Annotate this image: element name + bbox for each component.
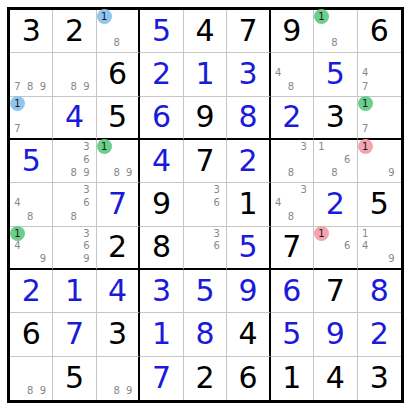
cell-r4c6[interactable]: 2 — [227, 140, 270, 183]
given-digit: 6 — [370, 16, 389, 46]
cell-r8c6[interactable]: 4 — [227, 313, 270, 356]
given-digit: 4 — [195, 16, 214, 46]
cell-r9c4[interactable]: 7 — [140, 357, 183, 400]
candidate-7[interactable]: 7 — [11, 80, 24, 93]
cell-r3c2[interactable]: 4 — [53, 97, 96, 140]
given-digit: 3 — [370, 363, 389, 393]
given-digit: 8 — [152, 232, 171, 262]
given-digit: 6 — [108, 59, 127, 89]
cell-r5c5[interactable]: 36 — [184, 183, 227, 226]
given-digit: 6 — [238, 363, 257, 393]
cell-r4c9[interactable]: 19 — [358, 140, 401, 183]
solved-digit: 2 — [326, 189, 345, 219]
cell-r7c1[interactable]: 2 — [10, 270, 53, 313]
candidate-grid: 38 — [272, 140, 310, 179]
candidate-4[interactable]: 4 — [359, 239, 372, 252]
solved-digit: 7 — [108, 189, 127, 219]
candidate-grid: 17 — [11, 97, 49, 135]
cell-r7c2[interactable]: 1 — [53, 270, 96, 313]
cell-r2c9[interactable]: 47 — [358, 53, 401, 96]
given-digit: 5 — [108, 102, 127, 132]
cell-r2c7[interactable]: 48 — [271, 53, 314, 96]
cell-r9c8[interactable]: 4 — [314, 357, 357, 400]
candidate-4[interactable]: 4 — [11, 239, 24, 252]
given-digit: 6 — [22, 319, 41, 349]
cell-r7c5[interactable]: 5 — [184, 270, 227, 313]
cell-r9c6[interactable]: 6 — [227, 357, 270, 400]
candidate-6[interactable]: 6 — [341, 239, 354, 252]
candidate-1-highlighted-blue[interactable]: 1 — [11, 97, 24, 110]
cell-r7c4[interactable]: 3 — [140, 270, 183, 313]
candidate-8[interactable]: 8 — [284, 210, 297, 223]
solved-digit: 8 — [238, 102, 257, 132]
candidate-8[interactable]: 8 — [110, 36, 122, 49]
cell-r7c6[interactable]: 9 — [227, 270, 270, 313]
candidate-9[interactable]: 9 — [385, 252, 398, 265]
candidate-grid: 168 — [315, 140, 353, 179]
cell-r6c3[interactable]: 2 — [97, 227, 140, 270]
cell-r1c8[interactable]: 18 — [314, 10, 357, 53]
cell-r5c4[interactable]: 9 — [140, 183, 183, 226]
solved-digit: 9 — [238, 276, 257, 306]
cell-r1c7[interactable]: 9 — [271, 10, 314, 53]
candidate-9[interactable]: 9 — [37, 80, 50, 93]
cell-r3c7[interactable]: 2 — [271, 97, 314, 140]
candidate-9[interactable]: 9 — [385, 166, 398, 179]
given-digit: 9 — [152, 189, 171, 219]
cell-r9c2[interactable]: 5 — [53, 357, 96, 400]
cell-r1c9[interactable]: 6 — [358, 10, 401, 53]
candidate-4[interactable]: 4 — [359, 66, 372, 79]
candidate-7[interactable]: 7 — [11, 122, 24, 135]
solved-digit: 7 — [152, 363, 171, 393]
cell-r5c3[interactable]: 7 — [97, 183, 140, 226]
cell-r6c1[interactable]: 149 — [10, 227, 53, 270]
candidate-4[interactable]: 4 — [272, 196, 285, 209]
solved-digit: 9 — [326, 319, 345, 349]
given-digit: 9 — [282, 16, 301, 46]
candidate-6[interactable]: 6 — [341, 153, 354, 166]
candidate-grid: 16 — [315, 227, 353, 265]
given-digit: 4 — [238, 319, 257, 349]
candidate-grid: 18 — [315, 10, 353, 49]
candidate-9[interactable]: 9 — [37, 384, 50, 397]
cell-r1c3[interactable]: 18 — [97, 10, 140, 53]
candidate-3[interactable]: 3 — [210, 227, 223, 240]
candidate-grid: 48 — [11, 183, 49, 222]
solved-digit: 2 — [282, 102, 301, 132]
cell-r4c4[interactable]: 4 — [140, 140, 183, 183]
cell-r9c7[interactable]: 1 — [271, 357, 314, 400]
given-digit: 7 — [238, 16, 257, 46]
cell-r7c8[interactable]: 7 — [314, 270, 357, 313]
cell-r9c3[interactable]: 89 — [97, 357, 140, 400]
candidate-6[interactable]: 6 — [80, 153, 93, 166]
candidate-6[interactable]: 6 — [210, 196, 223, 209]
candidate-9[interactable]: 9 — [80, 80, 93, 93]
cell-r6c5[interactable]: 36 — [184, 227, 227, 270]
solved-digit: 5 — [282, 319, 301, 349]
cell-r4c2[interactable]: 3689 — [53, 140, 96, 183]
cell-r1c5[interactable]: 4 — [184, 10, 227, 53]
candidate-7[interactable]: 7 — [359, 122, 372, 135]
candidate-3[interactable]: 3 — [210, 183, 223, 196]
candidate-6[interactable]: 6 — [210, 239, 223, 252]
cell-r8c3[interactable]: 3 — [97, 313, 140, 356]
candidate-grid: 17 — [359, 97, 398, 135]
candidate-1-highlighted-red[interactable]: 1 — [315, 227, 328, 240]
candidate-grid: 48 — [272, 53, 310, 92]
candidate-3[interactable]: 3 — [80, 227, 93, 240]
given-digit: 2 — [65, 16, 84, 46]
cell-r9c1[interactable]: 89 — [10, 357, 53, 400]
candidate-1-highlighted-green[interactable]: 1 — [359, 97, 372, 110]
candidate-grid: 89 — [11, 357, 49, 397]
solved-digit: 4 — [108, 276, 127, 306]
cell-r6c2[interactable]: 369 — [53, 227, 96, 270]
cell-r6c7[interactable]: 7 — [271, 227, 314, 270]
cell-r2c4[interactable]: 2 — [140, 53, 183, 96]
given-digit: 7 — [326, 276, 345, 306]
candidate-8[interactable]: 8 — [67, 210, 80, 223]
given-digit: 3 — [22, 16, 41, 46]
candidate-8[interactable]: 8 — [110, 384, 122, 397]
cell-r4c1[interactable]: 5 — [10, 140, 53, 183]
solved-digit: 1 — [65, 276, 84, 306]
candidate-grid: 18 — [98, 10, 135, 49]
candidate-grid: 3689 — [54, 140, 92, 179]
cell-r9c5[interactable]: 2 — [184, 357, 227, 400]
cell-r3c8[interactable]: 3 — [314, 97, 357, 140]
candidate-grid: 369 — [54, 227, 92, 265]
given-digit: 9 — [195, 102, 214, 132]
candidate-8[interactable]: 8 — [110, 166, 122, 179]
cell-r1c6[interactable]: 7 — [227, 10, 270, 53]
cell-r8c8[interactable]: 9 — [314, 313, 357, 356]
given-digit: 4 — [326, 363, 345, 393]
candidate-9[interactable]: 9 — [80, 252, 93, 265]
solved-digit: 5 — [152, 16, 171, 46]
given-digit: 3 — [108, 319, 127, 349]
cell-r5c9[interactable]: 5 — [358, 183, 401, 226]
candidate-9[interactable]: 9 — [80, 166, 93, 179]
candidate-3[interactable]: 3 — [297, 140, 310, 153]
cell-r4c3[interactable]: 189 — [97, 140, 140, 183]
cell-r6c6[interactable]: 5 — [227, 227, 270, 270]
candidate-1-highlighted-blue[interactable]: 1 — [98, 10, 110, 23]
candidate-grid: 89 — [98, 357, 135, 397]
sudoku-board: 3218547918678989621348547174569823175368… — [7, 7, 404, 403]
candidate-3[interactable]: 3 — [80, 140, 93, 153]
given-digit: 1 — [282, 363, 301, 393]
cell-r5c8[interactable]: 2 — [314, 183, 357, 226]
cell-r3c3[interactable]: 5 — [97, 97, 140, 140]
solved-digit: 5 — [326, 59, 345, 89]
solved-digit: 2 — [152, 59, 171, 89]
candidate-grid: 47 — [359, 53, 398, 92]
candidate-8[interactable]: 8 — [284, 80, 297, 93]
cell-r8c7[interactable]: 5 — [271, 313, 314, 356]
candidate-grid: 789 — [11, 53, 49, 92]
cell-r7c9[interactable]: 8 — [358, 270, 401, 313]
cell-r8c5[interactable]: 8 — [184, 313, 227, 356]
given-digit: 7 — [195, 146, 214, 176]
candidate-8[interactable]: 8 — [284, 166, 297, 179]
cell-r5c7[interactable]: 348 — [271, 183, 314, 226]
solved-digit: 2 — [370, 319, 389, 349]
candidate-4[interactable]: 4 — [272, 66, 285, 79]
cell-r3c9[interactable]: 17 — [358, 97, 401, 140]
cell-r3c4[interactable]: 6 — [140, 97, 183, 140]
candidate-8[interactable]: 8 — [24, 384, 37, 397]
solved-digit: 5 — [238, 232, 257, 262]
cell-r4c5[interactable]: 7 — [184, 140, 227, 183]
cell-r2c5[interactable]: 1 — [184, 53, 227, 96]
candidate-8[interactable]: 8 — [67, 80, 80, 93]
cell-r2c1[interactable]: 789 — [10, 53, 53, 96]
candidate-3[interactable]: 3 — [80, 183, 93, 196]
candidate-grid: 36 — [185, 227, 223, 265]
cell-r8c1[interactable]: 6 — [10, 313, 53, 356]
candidate-8[interactable]: 8 — [24, 80, 37, 93]
candidate-8[interactable]: 8 — [67, 166, 80, 179]
cell-r3c6[interactable]: 8 — [227, 97, 270, 140]
solved-digit: 5 — [22, 146, 41, 176]
candidate-3[interactable]: 3 — [297, 183, 310, 196]
given-digit: 3 — [326, 102, 345, 132]
candidate-grid: 189 — [98, 140, 135, 179]
solved-digit: 1 — [152, 319, 171, 349]
candidate-8[interactable]: 8 — [328, 36, 341, 49]
candidate-1[interactable]: 1 — [315, 140, 328, 153]
candidate-7[interactable]: 7 — [359, 80, 372, 93]
candidate-6[interactable]: 6 — [80, 239, 93, 252]
solved-digit: 4 — [65, 102, 84, 132]
solved-digit: 8 — [195, 319, 214, 349]
solved-digit: 2 — [22, 276, 41, 306]
candidate-grid: 149 — [11, 227, 49, 265]
cell-r4c7[interactable]: 38 — [271, 140, 314, 183]
cell-r2c2[interactable]: 89 — [53, 53, 96, 96]
cell-r5c6[interactable]: 1 — [227, 183, 270, 226]
solved-digit: 4 — [152, 146, 171, 176]
solved-digit: 3 — [238, 59, 257, 89]
candidate-grid: 368 — [54, 183, 92, 222]
cell-r5c1[interactable]: 48 — [10, 183, 53, 226]
cell-r3c5[interactable]: 9 — [184, 97, 227, 140]
cell-r6c9[interactable]: 149 — [358, 227, 401, 270]
solved-digit: 2 — [238, 146, 257, 176]
cell-r7c7[interactable]: 6 — [271, 270, 314, 313]
given-digit: 5 — [65, 363, 84, 393]
cell-r9c9[interactable]: 3 — [358, 357, 401, 400]
given-digit: 2 — [108, 232, 127, 262]
candidate-9[interactable]: 9 — [123, 166, 135, 179]
candidate-4[interactable]: 4 — [11, 196, 24, 209]
cell-r1c2[interactable]: 2 — [53, 10, 96, 53]
solved-digit: 5 — [195, 276, 214, 306]
cell-r1c1[interactable]: 3 — [10, 10, 53, 53]
candidate-8[interactable]: 8 — [328, 166, 341, 179]
solved-digit: 6 — [152, 102, 171, 132]
solved-digit: 8 — [370, 276, 389, 306]
cell-r2c6[interactable]: 3 — [227, 53, 270, 96]
given-digit: 1 — [238, 189, 257, 219]
candidate-1[interactable]: 1 — [359, 227, 372, 240]
candidate-9[interactable]: 9 — [37, 252, 50, 265]
solved-digit: 6 — [282, 276, 301, 306]
candidate-1-highlighted-green[interactable]: 1 — [315, 10, 328, 23]
candidate-1-highlighted-green[interactable]: 1 — [98, 140, 110, 153]
candidate-9[interactable]: 9 — [123, 384, 135, 397]
candidate-1-highlighted-red[interactable]: 1 — [359, 140, 372, 153]
candidate-grid: 89 — [54, 53, 92, 92]
cell-r8c2[interactable]: 7 — [53, 313, 96, 356]
given-digit: 5 — [370, 189, 389, 219]
cell-r1c4[interactable]: 5 — [140, 10, 183, 53]
cell-r6c8[interactable]: 16 — [314, 227, 357, 270]
candidate-1-highlighted-green[interactable]: 1 — [11, 227, 24, 240]
solved-digit: 1 — [195, 59, 214, 89]
cell-r5c2[interactable]: 368 — [53, 183, 96, 226]
candidate-grid: 348 — [272, 183, 310, 222]
cell-r6c4[interactable]: 8 — [140, 227, 183, 270]
candidate-grid: 19 — [359, 140, 398, 179]
cell-r3c1[interactable]: 17 — [10, 97, 53, 140]
candidate-grid: 149 — [359, 227, 398, 265]
cell-r8c4[interactable]: 1 — [140, 313, 183, 356]
candidate-8[interactable]: 8 — [24, 210, 37, 223]
solved-digit: 7 — [65, 319, 84, 349]
cell-r8c9[interactable]: 2 — [358, 313, 401, 356]
candidate-grid: 36 — [185, 183, 223, 222]
given-digit: 7 — [282, 232, 301, 262]
cell-r2c8[interactable]: 5 — [314, 53, 357, 96]
given-digit: 2 — [195, 363, 214, 393]
cell-r7c3[interactable]: 4 — [97, 270, 140, 313]
cell-r4c8[interactable]: 168 — [314, 140, 357, 183]
solved-digit: 3 — [152, 276, 171, 306]
candidate-6[interactable]: 6 — [80, 196, 93, 209]
cell-r2c3[interactable]: 6 — [97, 53, 140, 96]
